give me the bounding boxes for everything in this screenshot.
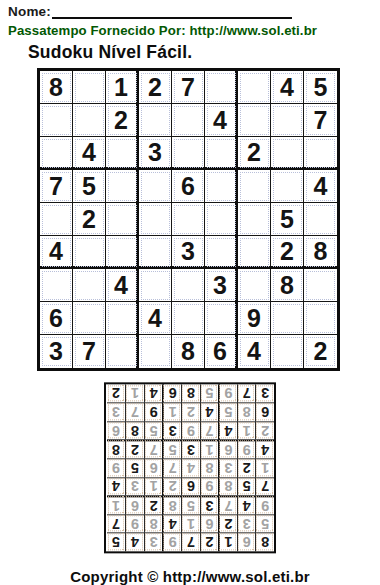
- sudoku-cell: [238, 104, 271, 137]
- sudoku-cell: 4: [106, 269, 139, 302]
- sudoku-cell: [205, 71, 238, 104]
- solution-cell: 5: [144, 421, 163, 440]
- sudoku-cell: 7: [40, 170, 73, 203]
- solution-cell: 4: [107, 477, 126, 496]
- sudoku-cell: 6: [40, 302, 73, 335]
- sudoku-cell: 8: [271, 269, 304, 302]
- sudoku-cell: [271, 302, 304, 335]
- solution-cell: 5: [107, 533, 126, 552]
- sudoku-cell: [238, 236, 271, 269]
- copyright-line: Copyright © http://www.sol.eti.br: [0, 568, 380, 585]
- sudoku-cell: 4: [271, 71, 304, 104]
- solution-cell: 5: [181, 496, 200, 515]
- sudoku-cell: [304, 302, 337, 335]
- solution-cell: 8: [237, 403, 256, 422]
- sudoku-cell: [205, 170, 238, 203]
- solution-cell: 6: [107, 421, 126, 440]
- sudoku-cell: 5: [73, 170, 106, 203]
- sudoku-cell: [238, 71, 271, 104]
- solution-cell: 4: [200, 403, 219, 422]
- solution-cell: 9: [218, 384, 237, 403]
- solution-cell: 5: [255, 514, 274, 533]
- sudoku-cell: 3: [40, 335, 73, 368]
- solution-cell: 1: [107, 496, 126, 515]
- sudoku-cell: [73, 71, 106, 104]
- sudoku-cell: 5: [271, 203, 304, 236]
- solution-cell: 3: [181, 440, 200, 459]
- sudoku-cell: [238, 203, 271, 236]
- sudoku-cell: [172, 137, 205, 170]
- solution-cell: 3: [125, 477, 144, 496]
- sudoku-cell: 8: [40, 71, 73, 104]
- solution-cell: 9: [200, 477, 219, 496]
- sudoku-cell: [106, 137, 139, 170]
- sudoku-cell: [139, 203, 172, 236]
- solution-cell: 2: [237, 458, 256, 477]
- solution-cell: 6: [181, 477, 200, 496]
- name-label: Nome:: [8, 4, 51, 19]
- sudoku-cell: [271, 170, 304, 203]
- solution-cell: 7: [255, 477, 274, 496]
- sudoku-cell: [172, 269, 205, 302]
- solution-cell: 2: [107, 384, 126, 403]
- sudoku-cell: [139, 236, 172, 269]
- solution-cell: 4: [162, 514, 181, 533]
- solution-cell: 7: [144, 440, 163, 459]
- sudoku-cell: 4: [139, 302, 172, 335]
- sudoku-cell: 1: [106, 71, 139, 104]
- sudoku-cell: 7: [172, 71, 205, 104]
- solution-cell: 2: [162, 477, 181, 496]
- solution-cell: 6: [218, 440, 237, 459]
- sudoku-cell: 4: [238, 335, 271, 368]
- solution-cell: 1: [125, 384, 144, 403]
- solution-cell: 5: [162, 440, 181, 459]
- solution-cell: 2: [125, 440, 144, 459]
- solution-cell: 6: [200, 514, 219, 533]
- solution-cell: 1: [162, 403, 181, 422]
- sudoku-cell: [73, 236, 106, 269]
- name-blank-line: [52, 6, 292, 19]
- solution-cell: 6: [144, 458, 163, 477]
- sudoku-cell: 9: [238, 302, 271, 335]
- sudoku-cell: [73, 269, 106, 302]
- sudoku-cell: 2: [73, 203, 106, 236]
- sudoku-cell: [172, 203, 205, 236]
- solution-cell: 8: [255, 533, 274, 552]
- sudoku-cell: 4: [40, 236, 73, 269]
- solution-cell: 1: [237, 421, 256, 440]
- sudoku-cell: [40, 137, 73, 170]
- sudoku-cell: [139, 335, 172, 368]
- sudoku-cell: [106, 335, 139, 368]
- solution-cell: 6: [255, 403, 274, 422]
- solution-cell: 4: [237, 496, 256, 515]
- solution-cell: 3: [144, 533, 163, 552]
- solution-cell: 2: [218, 514, 237, 533]
- solution-cell: 7: [107, 514, 126, 533]
- main-grid: 8127452474327564254328438649378642: [37, 68, 340, 371]
- solution-cell: 7: [125, 403, 144, 422]
- sudoku-cell: 7: [73, 335, 106, 368]
- sudoku-cell: [304, 203, 337, 236]
- sudoku-cell: [238, 269, 271, 302]
- sudoku-cell: [106, 170, 139, 203]
- sudoku-cell: 6: [172, 170, 205, 203]
- sudoku-cell: [172, 104, 205, 137]
- sudoku-cell: 2: [106, 104, 139, 137]
- solution-cell: 2: [200, 533, 219, 552]
- solution-cell: 3: [200, 496, 219, 515]
- solution-cell: 1: [218, 533, 237, 552]
- solution-cell: 5: [218, 403, 237, 422]
- sudoku-cell: 4: [205, 104, 238, 137]
- sudoku-cell: [304, 137, 337, 170]
- sudoku-cell: [205, 203, 238, 236]
- solution-cell: 8: [200, 458, 219, 477]
- solution-cell: 3: [255, 384, 274, 403]
- header: Nome: Passatempo Fornecido Por: http://w…: [0, 0, 380, 63]
- provider-line: Passatempo Fornecido Por: http://www.sol…: [8, 23, 372, 38]
- solution-cell: 8: [218, 477, 237, 496]
- solution-cell: 1: [181, 514, 200, 533]
- sudoku-cell: [73, 104, 106, 137]
- sudoku-cell: 6: [205, 335, 238, 368]
- solution-cell: 2: [255, 421, 274, 440]
- solution-cell: 9: [255, 496, 274, 515]
- sudoku-cell: [304, 269, 337, 302]
- sudoku-cell: [106, 236, 139, 269]
- sudoku-cell: [139, 104, 172, 137]
- solution-cell: 2: [144, 496, 163, 515]
- solution-cell: 1: [144, 477, 163, 496]
- sudoku-cell: [40, 104, 73, 137]
- solution-cell: 5: [125, 458, 144, 477]
- solution-cell: 3: [218, 458, 237, 477]
- solution-cell: 4: [218, 421, 237, 440]
- solution-cell: 6: [162, 384, 181, 403]
- solution-cell: 8: [162, 496, 181, 515]
- sudoku-cell: 7: [304, 104, 337, 137]
- solution-cell: 9: [181, 421, 200, 440]
- sudoku-cell: [139, 170, 172, 203]
- sudoku-cell: 2: [271, 236, 304, 269]
- sudoku-cell: 2: [139, 71, 172, 104]
- solution-cell: 9: [125, 514, 144, 533]
- sudoku-cell: 2: [238, 137, 271, 170]
- page-title: Sudoku Nível Fácil.: [28, 42, 372, 63]
- solution-cell: 5: [200, 384, 219, 403]
- sudoku-cell: [271, 137, 304, 170]
- sudoku-cell: 8: [304, 236, 337, 269]
- solution-cell: 4: [255, 440, 274, 459]
- solution-cell: 7: [200, 421, 219, 440]
- sudoku-cell: [205, 236, 238, 269]
- solution-cell: 1: [255, 458, 274, 477]
- sudoku-cell: [238, 170, 271, 203]
- page: Nome: Passatempo Fornecido Por: http://w…: [0, 0, 380, 585]
- solution-cell: 4: [125, 533, 144, 552]
- sudoku-cell: [205, 302, 238, 335]
- sudoku-cell: 5: [304, 71, 337, 104]
- solution-cell: 9: [162, 533, 181, 552]
- solution-cell: 8: [144, 514, 163, 533]
- solution-cell: 7: [181, 533, 200, 552]
- solution-cell: 8: [181, 384, 200, 403]
- solution-cell: 9: [144, 403, 163, 422]
- name-row: Nome:: [8, 3, 372, 19]
- solution-cell: 2: [181, 403, 200, 422]
- solution-grid: 8612793455326148979473582617589621341238…: [104, 382, 276, 553]
- solution-cell: 4: [144, 384, 163, 403]
- sudoku-cell: 8: [172, 335, 205, 368]
- sudoku-cell: 3: [205, 269, 238, 302]
- solution-cell: 3: [107, 403, 126, 422]
- solution-cell: 6: [237, 533, 256, 552]
- solution-cell: 3: [162, 421, 181, 440]
- solution-cell: 9: [107, 458, 126, 477]
- solution-cell: 6: [125, 496, 144, 515]
- solution-cell: 7: [218, 496, 237, 515]
- solution-cell: 7: [162, 458, 181, 477]
- sudoku-cell: [40, 203, 73, 236]
- solution-cell: 3: [237, 514, 256, 533]
- solution-cell: 8: [125, 421, 144, 440]
- sudoku-cell: [205, 137, 238, 170]
- solution-cell: 9: [237, 440, 256, 459]
- sudoku-cell: 2: [304, 335, 337, 368]
- sudoku-cell: [271, 104, 304, 137]
- sudoku-cell: 3: [172, 236, 205, 269]
- sudoku-cell: 3: [139, 137, 172, 170]
- sudoku-cell: [172, 302, 205, 335]
- sudoku-cell: [40, 269, 73, 302]
- sudoku-cell: [106, 203, 139, 236]
- solution-cell: 5: [237, 477, 256, 496]
- sudoku-cell: [73, 302, 106, 335]
- solution-cell: 4: [181, 458, 200, 477]
- solution-cell: 1: [200, 440, 219, 459]
- sudoku-cell: [106, 302, 139, 335]
- sudoku-cell: 4: [304, 170, 337, 203]
- sudoku-cell: [139, 269, 172, 302]
- sudoku-cell: 4: [73, 137, 106, 170]
- sudoku-cell: [271, 335, 304, 368]
- solution-cell: 7: [237, 384, 256, 403]
- solution-cell: 8: [107, 440, 126, 459]
